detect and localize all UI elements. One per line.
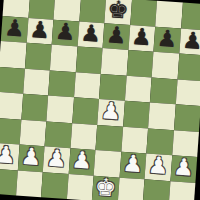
square-c5[interactable] xyxy=(48,70,75,97)
square-h5[interactable] xyxy=(175,79,200,106)
square-h1[interactable] xyxy=(168,181,195,200)
square-e4[interactable]: ♟ xyxy=(97,99,124,126)
square-f5[interactable] xyxy=(124,75,151,102)
square-a4[interactable] xyxy=(0,92,22,119)
piece-white-pawn[interactable]: ♟ xyxy=(172,156,194,180)
square-h7[interactable]: ♟ xyxy=(178,28,200,55)
square-d6[interactable] xyxy=(75,46,102,73)
piece-black-pawn[interactable]: ♟ xyxy=(181,28,200,52)
square-c7[interactable]: ♟ xyxy=(51,19,78,46)
square-b2[interactable]: ♟ xyxy=(17,145,44,172)
square-e6[interactable] xyxy=(100,48,127,75)
square-e7[interactable]: ♟ xyxy=(102,23,129,50)
square-a5[interactable] xyxy=(0,66,24,93)
square-d7[interactable]: ♟ xyxy=(77,21,104,48)
square-g6[interactable] xyxy=(151,52,178,79)
square-g2[interactable]: ♟ xyxy=(144,153,171,180)
piece-black-pawn[interactable]: ♟ xyxy=(105,23,127,47)
square-a6[interactable] xyxy=(0,41,26,68)
square-a7[interactable]: ♟ xyxy=(0,16,27,43)
piece-white-pawn[interactable]: ♟ xyxy=(0,143,16,167)
piece-white-pawn[interactable]: ♟ xyxy=(121,152,143,176)
chess-board: ♚♟♟♟♟♟♟♟♟♟♟♟♟♟♟♟♟♚ xyxy=(0,0,200,200)
square-h4[interactable] xyxy=(173,104,200,131)
piece-black-pawn[interactable]: ♟ xyxy=(130,25,152,49)
square-c1[interactable] xyxy=(41,172,68,199)
square-f1[interactable] xyxy=(117,177,144,200)
square-g5[interactable] xyxy=(149,77,176,104)
piece-black-pawn[interactable]: ♟ xyxy=(3,16,25,40)
piece-black-pawn[interactable]: ♟ xyxy=(28,18,50,42)
piece-black-pawn[interactable]: ♟ xyxy=(156,27,178,51)
piece-black-pawn[interactable]: ♟ xyxy=(79,21,101,45)
piece-white-pawn[interactable]: ♟ xyxy=(147,154,169,178)
square-g7[interactable]: ♟ xyxy=(153,26,180,53)
square-c6[interactable] xyxy=(49,45,76,72)
square-e1[interactable]: ♚ xyxy=(91,175,118,200)
square-b7[interactable]: ♟ xyxy=(26,17,53,44)
square-d2[interactable]: ♟ xyxy=(68,148,95,175)
square-h2[interactable]: ♟ xyxy=(169,155,196,182)
piece-white-pawn[interactable]: ♟ xyxy=(19,145,41,169)
square-a2[interactable]: ♟ xyxy=(0,143,19,170)
square-c4[interactable] xyxy=(46,95,73,122)
piece-black-king[interactable]: ♚ xyxy=(106,0,129,23)
square-f4[interactable] xyxy=(122,101,149,128)
piece-white-pawn[interactable]: ♟ xyxy=(99,99,121,123)
square-g4[interactable] xyxy=(148,103,175,130)
square-f6[interactable] xyxy=(126,50,153,77)
chess-screenshot: ♚♟♟♟♟♟♟♟♟♟♟♟♟♟♟♟♟♚ xyxy=(0,0,200,200)
square-d5[interactable] xyxy=(73,72,100,99)
square-b4[interactable] xyxy=(20,94,47,121)
square-f2[interactable]: ♟ xyxy=(119,152,146,179)
square-a3[interactable] xyxy=(0,117,20,144)
piece-white-king[interactable]: ♚ xyxy=(93,175,116,200)
piece-white-pawn[interactable]: ♟ xyxy=(70,149,92,173)
piece-white-pawn[interactable]: ♟ xyxy=(45,147,67,171)
square-g1[interactable] xyxy=(142,179,169,200)
square-b1[interactable] xyxy=(15,170,42,197)
square-b6[interactable] xyxy=(24,43,51,70)
square-h6[interactable] xyxy=(177,53,200,80)
square-d4[interactable] xyxy=(71,97,98,124)
square-c2[interactable]: ♟ xyxy=(42,146,69,173)
square-d1[interactable] xyxy=(66,174,93,200)
square-a1[interactable] xyxy=(0,168,17,195)
piece-black-pawn[interactable]: ♟ xyxy=(54,20,76,44)
square-e3[interactable] xyxy=(95,124,122,151)
square-b5[interactable] xyxy=(22,68,49,95)
square-f7[interactable]: ♟ xyxy=(127,24,154,51)
